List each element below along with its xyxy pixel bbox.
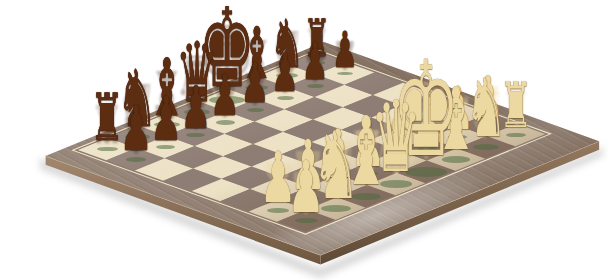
piece-white-pawn-a1[interactable]: ♟ <box>288 151 325 223</box>
piece-black-pawn-g7[interactable]: ♟ <box>302 36 329 88</box>
piece-black-pawn-h7[interactable]: ♟ <box>332 25 358 75</box>
piece-black-pawn-d7[interactable]: ♟ <box>211 67 241 124</box>
piece-black-pawn-c7[interactable]: ♟ <box>180 77 211 136</box>
piece-black-pawn-b7[interactable]: ♟ <box>150 88 182 149</box>
piece-black-pawn-a7[interactable]: ♟ <box>119 98 152 161</box>
photo-scene: ♜♟♞♟♝♟♚♟♛♟♝♟♟♜♞♟♟♞♜♟♟♝♟♚♟♛♟♝♟♞♟♟ ♜♟♞♟♝♟♚… <box>0 0 610 280</box>
piece-black-pawn-f7[interactable]: ♟ <box>271 46 299 100</box>
piece-black-pawn-e7[interactable]: ♟ <box>241 56 270 111</box>
